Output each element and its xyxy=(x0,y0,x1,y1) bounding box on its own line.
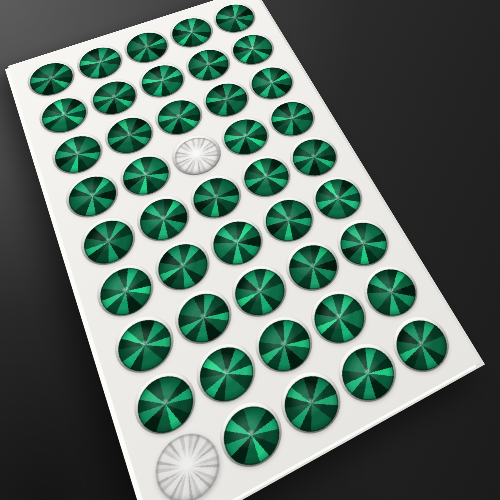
silver-rhinestone-back xyxy=(169,132,226,181)
green-rhinestone xyxy=(136,60,188,102)
green-rhinestone xyxy=(78,213,139,271)
green-rhinestone xyxy=(227,30,278,69)
green-rhinestone xyxy=(276,367,347,442)
green-rhinestone xyxy=(359,262,425,324)
green-rhinestone xyxy=(88,76,141,120)
tray-hole xyxy=(212,392,292,479)
green-rhinestone xyxy=(228,261,293,324)
green-rhinestone xyxy=(192,339,261,411)
green-rhinestone xyxy=(122,28,172,67)
green-rhinestone xyxy=(387,312,456,380)
green-rhinestone xyxy=(152,95,206,140)
green-rhinestone xyxy=(281,238,345,298)
rhinestone-tray xyxy=(8,0,480,500)
green-rhinestone xyxy=(112,311,179,380)
green-rhinestone xyxy=(259,193,320,248)
green-rhinestone xyxy=(102,112,157,159)
green-rhinestone xyxy=(26,58,77,100)
green-rhinestone xyxy=(118,150,175,201)
green-rhinestone xyxy=(237,152,295,203)
green-rhinestone xyxy=(218,114,274,161)
green-rhinestone xyxy=(210,0,259,36)
green-rhinestone xyxy=(286,133,344,182)
tray-hole xyxy=(23,55,80,101)
green-rhinestone xyxy=(216,397,289,477)
green-rhinestone xyxy=(251,312,319,381)
green-rhinestone xyxy=(75,43,126,84)
green-rhinestone xyxy=(245,62,298,104)
green-rhinestone xyxy=(183,45,235,85)
green-rhinestone xyxy=(306,286,373,351)
green-rhinestone xyxy=(171,286,237,352)
green-rhinestone xyxy=(134,192,194,247)
green-rhinestone xyxy=(50,130,106,179)
green-rhinestone xyxy=(265,97,320,142)
green-rhinestone xyxy=(187,172,246,225)
photo-stage: Overhead photo of a white plastic tray h… xyxy=(0,0,500,500)
green-rhinestone xyxy=(308,173,368,226)
green-rhinestone xyxy=(200,78,254,121)
green-rhinestone xyxy=(131,367,201,443)
green-rhinestone xyxy=(207,215,269,273)
green-rhinestone xyxy=(152,237,215,297)
green-rhinestone xyxy=(167,14,217,52)
green-rhinestone xyxy=(94,260,158,323)
green-rhinestone xyxy=(64,170,122,223)
tray-grid xyxy=(8,0,480,500)
green-rhinestone xyxy=(38,93,92,138)
green-rhinestone xyxy=(332,216,395,273)
